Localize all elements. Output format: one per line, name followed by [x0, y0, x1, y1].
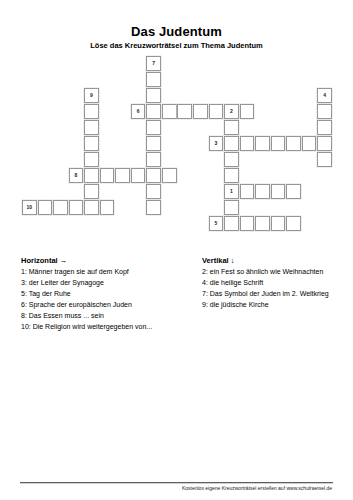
- grid-cell[interactable]: [146, 120, 161, 135]
- grid-cell[interactable]: [240, 184, 255, 199]
- clues-horizontal: Horizontal → 1: Männer tragen sie auf de…: [21, 255, 199, 332]
- grid-cell[interactable]: [286, 184, 301, 199]
- grid-cell[interactable]: [224, 136, 239, 151]
- grid-cell[interactable]: [69, 200, 84, 215]
- cell-number: 10: [27, 205, 33, 210]
- grid-cell[interactable]: [302, 136, 317, 151]
- clues-horizontal-heading: Horizontal →: [21, 255, 199, 266]
- grid-cell[interactable]: 9: [84, 88, 99, 103]
- grid-cell[interactable]: [271, 184, 286, 199]
- grid-cell[interactable]: [146, 152, 161, 167]
- grid-cell[interactable]: [224, 200, 239, 215]
- clues-vertical-list: 2: ein Fest so ähnlich wie Weihnachten4:…: [202, 266, 352, 310]
- clue-vertical-4: 4: die heilige Schrift: [202, 277, 352, 288]
- cell-number: 4: [323, 93, 326, 98]
- cell-number: 5: [214, 221, 217, 226]
- clue-horizontal-10: 10: Die Religion wird weitergegeben von.…: [21, 321, 199, 332]
- grid-cell[interactable]: [317, 136, 332, 151]
- grid-cell[interactable]: [115, 168, 130, 183]
- grid-cell[interactable]: [224, 152, 239, 167]
- grid-cell[interactable]: [53, 200, 68, 215]
- grid-cell[interactable]: [84, 168, 99, 183]
- footer-credit: Kostenlos eigene Kreuzworträtsel erstell…: [182, 485, 332, 492]
- cell-number: 7: [152, 61, 155, 66]
- grid-cell[interactable]: 7: [146, 56, 161, 71]
- grid-cell[interactable]: [100, 168, 115, 183]
- grid-cell[interactable]: [84, 152, 99, 167]
- grid-cell[interactable]: [146, 168, 161, 183]
- grid-cell[interactable]: [193, 104, 208, 119]
- clue-horizontal-6: 6: Sprache der europäischen Juden: [21, 299, 199, 310]
- grid-cell[interactable]: 6: [131, 104, 146, 119]
- clue-vertical-7: 7: Das Symbol der Juden im 2. Weltkrieg: [202, 288, 352, 299]
- clues-vertical-heading: Vertikal ↓: [202, 255, 352, 266]
- grid-cell[interactable]: [84, 104, 99, 119]
- grid-cell[interactable]: [224, 216, 239, 231]
- grid-cell[interactable]: [146, 88, 161, 103]
- clue-horizontal-5: 5: Tag der Ruhe: [21, 288, 199, 299]
- cell-number: 9: [90, 93, 93, 98]
- grid-cell[interactable]: [240, 136, 255, 151]
- clue-vertical-9: 9: die jüdische Kirche: [202, 299, 352, 310]
- cell-number: 1: [230, 189, 233, 194]
- grid-cell[interactable]: [162, 168, 177, 183]
- grid-cell[interactable]: 10: [22, 200, 37, 215]
- grid-cell[interactable]: [317, 120, 332, 135]
- grid-cell[interactable]: 4: [317, 88, 332, 103]
- footer-divider: [20, 482, 333, 483]
- grid-cell[interactable]: 2: [224, 104, 239, 119]
- clue-vertical-2: 2: ein Fest so ähnlich wie Weihnachten: [202, 266, 352, 277]
- grid-cell[interactable]: [177, 104, 192, 119]
- grid-cell[interactable]: [224, 120, 239, 135]
- page-title: Das Judentum: [0, 25, 353, 39]
- grid-cell[interactable]: 3: [209, 136, 224, 151]
- grid-cell[interactable]: [255, 216, 270, 231]
- crossword-grid: 12345678910: [22, 56, 333, 232]
- grid-cell[interactable]: [84, 200, 99, 215]
- grid-cell[interactable]: [162, 104, 177, 119]
- clue-horizontal-3: 3: der Leiter der Synagoge: [21, 277, 199, 288]
- page-subtitle: Löse das Kreuzworträtsel zum Thema Juden…: [0, 41, 353, 50]
- cell-number: 2: [230, 109, 233, 114]
- grid-cell[interactable]: [146, 136, 161, 151]
- cell-number: 6: [137, 109, 140, 114]
- grid-cell[interactable]: [146, 184, 161, 199]
- clues-horizontal-list: 1: Männer tragen sie auf dem Kopf3: der …: [21, 266, 199, 332]
- grid-cell[interactable]: 8: [69, 168, 84, 183]
- grid-cell[interactable]: 1: [224, 184, 239, 199]
- grid-cell[interactable]: [255, 136, 270, 151]
- grid-cell[interactable]: [286, 136, 301, 151]
- grid-cell[interactable]: [224, 168, 239, 183]
- grid-cell[interactable]: [317, 104, 332, 119]
- grid-cell[interactable]: [84, 136, 99, 151]
- grid-cell[interactable]: 5: [209, 216, 224, 231]
- grid-cell[interactable]: [240, 104, 255, 119]
- clue-horizontal-1: 1: Männer tragen sie auf dem Kopf: [21, 266, 199, 277]
- grid-cell[interactable]: [146, 104, 161, 119]
- grid-cell[interactable]: [271, 216, 286, 231]
- cell-number: 3: [214, 141, 217, 146]
- clues-vertical: Vertikal ↓ 2: ein Fest so ähnlich wie We…: [202, 255, 352, 310]
- grid-cell[interactable]: [255, 184, 270, 199]
- grid-cell[interactable]: [146, 72, 161, 87]
- cell-number: 8: [75, 173, 78, 178]
- grid-cell[interactable]: [286, 216, 301, 231]
- grid-cell[interactable]: [271, 136, 286, 151]
- clue-horizontal-8: 8: Das Essen muss ... sein: [21, 310, 199, 321]
- grid-cell[interactable]: [209, 104, 224, 119]
- grid-cell[interactable]: [100, 200, 115, 215]
- grid-cell[interactable]: [84, 184, 99, 199]
- grid-cell[interactable]: [146, 200, 161, 215]
- grid-cell[interactable]: [38, 200, 53, 215]
- grid-cell[interactable]: [84, 120, 99, 135]
- grid-cell[interactable]: [240, 216, 255, 231]
- grid-cell[interactable]: [131, 168, 146, 183]
- grid-cell[interactable]: [317, 152, 332, 167]
